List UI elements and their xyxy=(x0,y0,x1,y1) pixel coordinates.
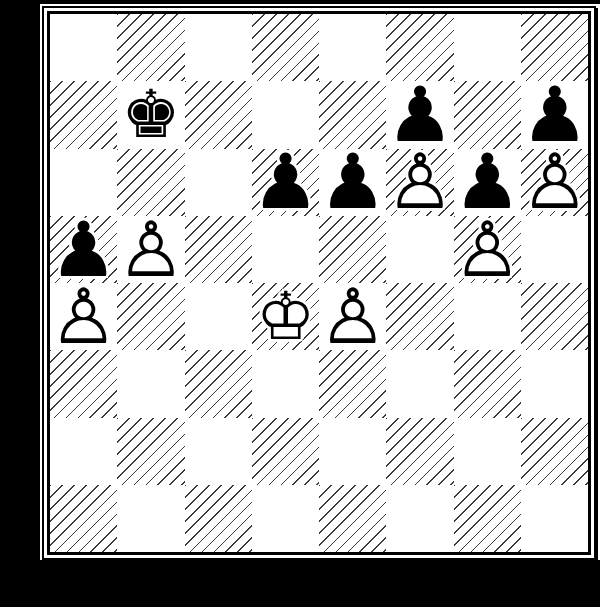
square-c3[interactable] xyxy=(185,350,252,417)
square-h6[interactable]: ♟♙ xyxy=(521,149,588,216)
square-h1[interactable] xyxy=(521,485,588,552)
square-b5[interactable]: ♟♙ xyxy=(117,216,184,283)
square-g1[interactable] xyxy=(454,485,521,552)
square-d4[interactable]: ♚♔ xyxy=(252,283,319,350)
square-a4[interactable]: ♟♙ xyxy=(50,283,117,350)
square-d3[interactable] xyxy=(252,350,319,417)
white-pawn-icon: ♙ xyxy=(117,216,184,283)
white-pawn-b5[interactable]: ♟♙ xyxy=(117,216,184,283)
square-d6[interactable]: ♟ xyxy=(252,149,319,216)
black-king-b7[interactable]: ♚ xyxy=(117,81,184,148)
square-f6[interactable]: ♟♙ xyxy=(386,149,453,216)
square-e1[interactable] xyxy=(319,485,386,552)
white-pawn-f6[interactable]: ♟♙ xyxy=(386,149,453,216)
white-pawn-icon: ♙ xyxy=(50,283,117,350)
square-e2[interactable] xyxy=(319,418,386,485)
square-b3[interactable] xyxy=(117,350,184,417)
square-e3[interactable] xyxy=(319,350,386,417)
square-d8[interactable] xyxy=(252,14,319,81)
black-pawn-icon: ♟ xyxy=(252,149,319,216)
white-king-d4[interactable]: ♚♔ xyxy=(252,283,319,350)
square-d1[interactable] xyxy=(252,485,319,552)
board-inner-border: ♚♟♟♟♟♟♙♟♟♙♟♟♙♟♙♟♙♚♔♟♙ xyxy=(47,11,591,555)
square-c5[interactable] xyxy=(185,216,252,283)
square-a3[interactable] xyxy=(50,350,117,417)
white-pawn-icon: ♙ xyxy=(521,149,588,216)
square-g3[interactable] xyxy=(454,350,521,417)
square-c4[interactable] xyxy=(185,283,252,350)
square-e6[interactable]: ♟ xyxy=(319,149,386,216)
white-pawn-h6[interactable]: ♟♙ xyxy=(521,149,588,216)
board-outer-border: ♚♟♟♟♟♟♙♟♟♙♟♟♙♟♙♟♙♚♔♟♙ xyxy=(42,6,596,560)
square-c7[interactable] xyxy=(185,81,252,148)
square-a2[interactable] xyxy=(50,418,117,485)
square-f5[interactable] xyxy=(386,216,453,283)
square-g2[interactable] xyxy=(454,418,521,485)
square-b8[interactable] xyxy=(117,14,184,81)
square-c8[interactable] xyxy=(185,14,252,81)
square-e4[interactable]: ♟♙ xyxy=(319,283,386,350)
white-pawn-icon: ♙ xyxy=(454,216,521,283)
square-a8[interactable] xyxy=(50,14,117,81)
square-h2[interactable] xyxy=(521,418,588,485)
square-e8[interactable] xyxy=(319,14,386,81)
white-pawn-icon: ♙ xyxy=(386,149,453,216)
square-f2[interactable] xyxy=(386,418,453,485)
square-b7[interactable]: ♚ xyxy=(117,81,184,148)
square-g4[interactable] xyxy=(454,283,521,350)
square-f4[interactable] xyxy=(386,283,453,350)
square-h4[interactable] xyxy=(521,283,588,350)
black-king-icon: ♚ xyxy=(117,81,184,148)
black-pawn-icon: ♟ xyxy=(319,149,386,216)
square-b1[interactable] xyxy=(117,485,184,552)
black-pawn-d6[interactable]: ♟ xyxy=(252,149,319,216)
white-pawn-e4[interactable]: ♟♙ xyxy=(319,283,386,350)
square-c6[interactable] xyxy=(185,149,252,216)
square-f1[interactable] xyxy=(386,485,453,552)
square-f3[interactable] xyxy=(386,350,453,417)
square-c1[interactable] xyxy=(185,485,252,552)
diagram-panel: ♚♟♟♟♟♟♙♟♟♙♟♟♙♟♙♟♙♚♔♟♙ xyxy=(40,4,600,560)
square-h3[interactable] xyxy=(521,350,588,417)
white-pawn-g5[interactable]: ♟♙ xyxy=(454,216,521,283)
black-pawn-e6[interactable]: ♟ xyxy=(319,149,386,216)
page-background: ♚♟♟♟♟♟♙♟♟♙♟♟♙♟♙♟♙♚♔♟♙ xyxy=(0,0,600,607)
square-c2[interactable] xyxy=(185,418,252,485)
square-h5[interactable] xyxy=(521,216,588,283)
chess-board: ♚♟♟♟♟♟♙♟♟♙♟♟♙♟♙♟♙♚♔♟♙ xyxy=(50,14,588,552)
square-b2[interactable] xyxy=(117,418,184,485)
square-d5[interactable] xyxy=(252,216,319,283)
square-b4[interactable] xyxy=(117,283,184,350)
white-pawn-icon: ♙ xyxy=(319,283,386,350)
square-g8[interactable] xyxy=(454,14,521,81)
square-a7[interactable] xyxy=(50,81,117,148)
square-a1[interactable] xyxy=(50,485,117,552)
white-king-icon: ♔ xyxy=(252,283,319,350)
square-d2[interactable] xyxy=(252,418,319,485)
square-g5[interactable]: ♟♙ xyxy=(454,216,521,283)
white-pawn-a4[interactable]: ♟♙ xyxy=(50,283,117,350)
